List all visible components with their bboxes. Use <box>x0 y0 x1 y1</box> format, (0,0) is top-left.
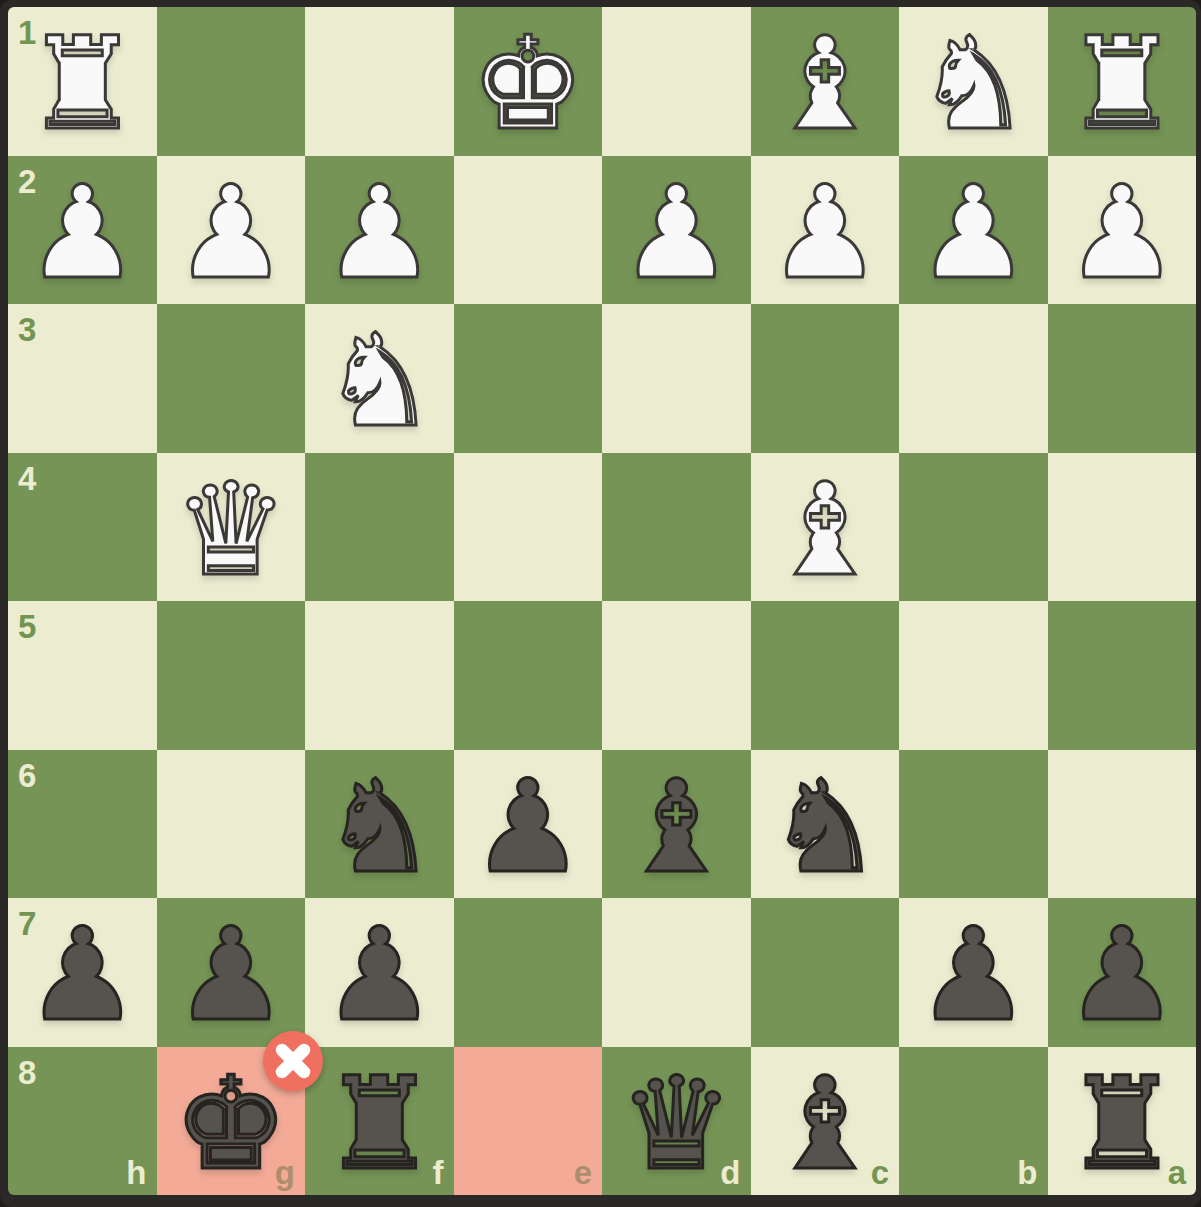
square-e4[interactable] <box>454 453 603 602</box>
square-b6[interactable] <box>899 750 1048 899</box>
square-d6[interactable]: ♝ <box>602 750 751 899</box>
square-g6[interactable] <box>157 750 306 899</box>
chess-board: 1♜♚♝♞♜2♟♟♟♟♟♟♟3♞4♛♝56♞♟♝♞7♟♟♟♟♟8hg♚f♜ed♛… <box>8 7 1196 1195</box>
square-e2[interactable] <box>454 156 603 305</box>
square-h4[interactable]: 4 <box>8 453 157 602</box>
square-d7[interactable] <box>602 898 751 1047</box>
white-rook-a1[interactable]: ♜ <box>1048 10 1197 159</box>
square-f3[interactable]: ♞ <box>305 304 454 453</box>
white-knight-f3[interactable]: ♞ <box>305 307 454 456</box>
square-c7[interactable] <box>751 898 900 1047</box>
square-g1[interactable] <box>157 7 306 156</box>
black-rook-f8[interactable]: ♜ <box>305 1050 454 1199</box>
square-c4[interactable]: ♝ <box>751 453 900 602</box>
square-g4[interactable]: ♛ <box>157 453 306 602</box>
square-c3[interactable] <box>751 304 900 453</box>
board-frame: 1♜♚♝♞♜2♟♟♟♟♟♟♟3♞4♛♝56♞♟♝♞7♟♟♟♟♟8hg♚f♜ed♛… <box>0 0 1201 1207</box>
square-h6[interactable]: 6 <box>8 750 157 899</box>
white-pawn-g2[interactable]: ♟ <box>157 159 306 308</box>
square-a3[interactable] <box>1048 304 1197 453</box>
black-knight-c6[interactable]: ♞ <box>751 753 900 902</box>
square-e1[interactable]: ♚ <box>454 7 603 156</box>
black-queen-d8[interactable]: ♛ <box>602 1050 751 1199</box>
square-h3[interactable]: 3 <box>8 304 157 453</box>
square-b2[interactable]: ♟ <box>899 156 1048 305</box>
square-f7[interactable]: ♟ <box>305 898 454 1047</box>
black-king-g8[interactable]: ♚ <box>157 1050 306 1199</box>
square-b7[interactable]: ♟ <box>899 898 1048 1047</box>
black-bishop-c8[interactable]: ♝ <box>751 1050 900 1199</box>
rank-label-4: 4 <box>18 462 36 495</box>
black-pawn-b7[interactable]: ♟ <box>899 901 1048 1050</box>
square-d1[interactable] <box>602 7 751 156</box>
file-label-e: e <box>574 1156 592 1189</box>
square-f6[interactable]: ♞ <box>305 750 454 899</box>
white-pawn-h2[interactable]: ♟ <box>8 159 157 308</box>
square-f1[interactable] <box>305 7 454 156</box>
black-pawn-f7[interactable]: ♟ <box>305 901 454 1050</box>
square-g2[interactable]: ♟ <box>157 156 306 305</box>
square-f8[interactable]: f♜ <box>305 1047 454 1196</box>
square-a5[interactable] <box>1048 601 1197 750</box>
white-pawn-d2[interactable]: ♟ <box>602 159 751 308</box>
white-bishop-c1[interactable]: ♝ <box>751 10 900 159</box>
square-e7[interactable] <box>454 898 603 1047</box>
square-g3[interactable] <box>157 304 306 453</box>
square-h1[interactable]: 1♜ <box>8 7 157 156</box>
square-a4[interactable] <box>1048 453 1197 602</box>
square-f4[interactable] <box>305 453 454 602</box>
square-e8[interactable]: e <box>454 1047 603 1196</box>
white-rook-h1[interactable]: ♜ <box>8 10 157 159</box>
square-a2[interactable]: ♟ <box>1048 156 1197 305</box>
rank-label-3: 3 <box>18 313 36 346</box>
square-d4[interactable] <box>602 453 751 602</box>
square-b4[interactable] <box>899 453 1048 602</box>
square-a8[interactable]: a♜ <box>1048 1047 1197 1196</box>
black-knight-f6[interactable]: ♞ <box>305 753 454 902</box>
square-g5[interactable] <box>157 601 306 750</box>
black-pawn-e6[interactable]: ♟ <box>454 753 603 902</box>
square-c5[interactable] <box>751 601 900 750</box>
square-h2[interactable]: 2♟ <box>8 156 157 305</box>
black-bishop-d6[interactable]: ♝ <box>602 753 751 902</box>
square-f2[interactable]: ♟ <box>305 156 454 305</box>
white-pawn-f2[interactable]: ♟ <box>305 159 454 308</box>
square-d8[interactable]: d♛ <box>602 1047 751 1196</box>
square-e6[interactable]: ♟ <box>454 750 603 899</box>
rank-label-5: 5 <box>18 610 36 643</box>
square-a6[interactable] <box>1048 750 1197 899</box>
white-bishop-c4[interactable]: ♝ <box>751 456 900 605</box>
white-pawn-c2[interactable]: ♟ <box>751 159 900 308</box>
square-e3[interactable] <box>454 304 603 453</box>
white-queen-g4[interactable]: ♛ <box>157 456 306 605</box>
square-h5[interactable]: 5 <box>8 601 157 750</box>
square-c2[interactable]: ♟ <box>751 156 900 305</box>
square-h7[interactable]: 7♟ <box>8 898 157 1047</box>
square-d3[interactable] <box>602 304 751 453</box>
square-b1[interactable]: ♞ <box>899 7 1048 156</box>
black-rook-a8[interactable]: ♜ <box>1048 1050 1197 1199</box>
white-pawn-b2[interactable]: ♟ <box>899 159 1048 308</box>
square-c6[interactable]: ♞ <box>751 750 900 899</box>
square-d2[interactable]: ♟ <box>602 156 751 305</box>
square-g7[interactable]: ♟ <box>157 898 306 1047</box>
file-label-b: b <box>1017 1156 1037 1189</box>
square-d5[interactable] <box>602 601 751 750</box>
black-pawn-g7[interactable]: ♟ <box>157 901 306 1050</box>
square-c8[interactable]: c♝ <box>751 1047 900 1196</box>
white-pawn-a2[interactable]: ♟ <box>1048 159 1197 308</box>
rank-label-8: 8 <box>18 1056 36 1089</box>
black-pawn-a7[interactable]: ♟ <box>1048 901 1197 1050</box>
square-c1[interactable]: ♝ <box>751 7 900 156</box>
square-a7[interactable]: ♟ <box>1048 898 1197 1047</box>
square-b8[interactable]: b <box>899 1047 1048 1196</box>
square-b3[interactable] <box>899 304 1048 453</box>
square-h8[interactable]: 8h <box>8 1047 157 1196</box>
square-b5[interactable] <box>899 601 1048 750</box>
rank-label-6: 6 <box>18 759 36 792</box>
square-f5[interactable] <box>305 601 454 750</box>
square-e5[interactable] <box>454 601 603 750</box>
white-knight-b1[interactable]: ♞ <box>899 10 1048 159</box>
square-a1[interactable]: ♜ <box>1048 7 1197 156</box>
white-king-e1[interactable]: ♚ <box>454 10 603 159</box>
file-label-h: h <box>126 1156 146 1189</box>
black-pawn-h7[interactable]: ♟ <box>8 901 157 1050</box>
square-g8[interactable]: g♚ <box>157 1047 306 1196</box>
